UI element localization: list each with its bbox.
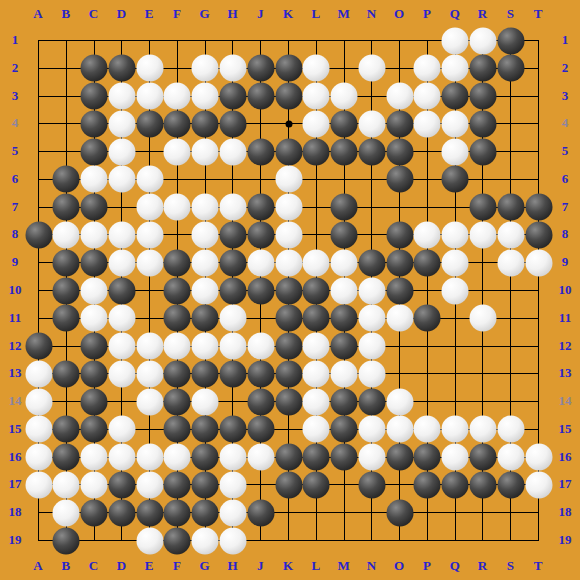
white-stone-K7: [275, 194, 302, 221]
black-stone-J7: [247, 194, 274, 221]
row-label-right: 3: [562, 89, 569, 103]
grid-line-h: [38, 540, 539, 541]
white-stone-T16: [525, 444, 552, 471]
black-stone-S17: [497, 471, 524, 498]
black-stone-M5: [331, 138, 358, 165]
black-stone-Q6: [442, 166, 469, 193]
black-stone-F10: [164, 277, 191, 304]
white-stone-F16: [164, 444, 191, 471]
white-stone-D15: [108, 416, 135, 443]
black-stone-C2: [81, 55, 108, 82]
black-stone-B13: [53, 360, 80, 387]
white-stone-D9: [108, 249, 135, 276]
black-stone-C13: [81, 360, 108, 387]
black-stone-F11: [164, 305, 191, 332]
black-stone-D17: [108, 471, 135, 498]
black-stone-T7: [525, 194, 552, 221]
black-stone-P9: [414, 249, 441, 276]
white-stone-E3: [136, 83, 163, 110]
white-stone-N13: [358, 360, 385, 387]
white-stone-P4: [414, 110, 441, 137]
white-stone-L4: [303, 110, 330, 137]
black-stone-H13: [219, 360, 246, 387]
white-stone-D6: [108, 166, 135, 193]
black-stone-K17: [275, 471, 302, 498]
white-stone-F5: [164, 138, 191, 165]
black-stone-F9: [164, 249, 191, 276]
row-label-left: 5: [12, 144, 19, 158]
black-stone-M8: [331, 221, 358, 248]
white-stone-E9: [136, 249, 163, 276]
white-stone-A17: [25, 471, 52, 498]
column-label-bottom: S: [507, 559, 514, 573]
black-stone-C12: [81, 333, 108, 360]
black-stone-H4: [219, 110, 246, 137]
row-label-left: 8: [12, 227, 19, 241]
white-stone-A16: [25, 444, 52, 471]
black-stone-J10: [247, 277, 274, 304]
row-label-right: 6: [562, 172, 569, 186]
white-stone-N16: [358, 444, 385, 471]
row-label-left: 15: [9, 422, 22, 436]
black-stone-J2: [247, 55, 274, 82]
column-label-bottom: G: [200, 559, 210, 573]
black-stone-R2: [469, 55, 496, 82]
white-stone-Q4: [442, 110, 469, 137]
white-stone-F7: [164, 194, 191, 221]
column-label-top: Q: [450, 7, 460, 21]
black-stone-B6: [53, 166, 80, 193]
black-stone-G11: [192, 305, 219, 332]
white-stone-K6: [275, 166, 302, 193]
white-stone-O3: [386, 83, 413, 110]
white-stone-J16: [247, 444, 274, 471]
black-stone-C7: [81, 194, 108, 221]
column-label-bottom: N: [367, 559, 376, 573]
column-label-bottom: L: [311, 559, 320, 573]
column-label-top: H: [227, 7, 237, 21]
black-stone-G18: [192, 499, 219, 526]
white-stone-M3: [331, 83, 358, 110]
white-stone-L12: [303, 333, 330, 360]
black-stone-L16: [303, 444, 330, 471]
black-stone-M11: [331, 305, 358, 332]
black-stone-L5: [303, 138, 330, 165]
black-stone-K10: [275, 277, 302, 304]
black-stone-O9: [386, 249, 413, 276]
white-stone-D3: [108, 83, 135, 110]
row-label-left: 9: [12, 255, 19, 269]
black-stone-F4: [164, 110, 191, 137]
white-stone-J12: [247, 333, 274, 360]
row-label-left: 11: [9, 311, 21, 325]
white-stone-E7: [136, 194, 163, 221]
white-stone-K8: [275, 221, 302, 248]
black-stone-C15: [81, 416, 108, 443]
column-label-top: E: [145, 7, 154, 21]
column-label-bottom: C: [89, 559, 98, 573]
white-stone-E12: [136, 333, 163, 360]
black-stone-D2: [108, 55, 135, 82]
black-stone-J18: [247, 499, 274, 526]
column-label-top: M: [337, 7, 349, 21]
black-stone-M15: [331, 416, 358, 443]
row-label-left: 14: [9, 394, 22, 408]
column-label-top: L: [311, 7, 320, 21]
black-stone-F15: [164, 416, 191, 443]
white-stone-F12: [164, 333, 191, 360]
black-stone-H8: [219, 221, 246, 248]
white-stone-E6: [136, 166, 163, 193]
white-stone-H5: [219, 138, 246, 165]
white-stone-H17: [219, 471, 246, 498]
white-stone-M9: [331, 249, 358, 276]
white-stone-N15: [358, 416, 385, 443]
white-stone-T17: [525, 471, 552, 498]
white-stone-Q5: [442, 138, 469, 165]
white-stone-G19: [192, 527, 219, 554]
black-stone-F13: [164, 360, 191, 387]
row-label-right: 10: [559, 283, 572, 297]
row-label-right: 1: [562, 33, 569, 47]
white-stone-J9: [247, 249, 274, 276]
white-stone-H18: [219, 499, 246, 526]
white-stone-D13: [108, 360, 135, 387]
black-stone-J14: [247, 388, 274, 415]
black-stone-B7: [53, 194, 80, 221]
column-label-bottom: E: [145, 559, 154, 573]
row-label-left: 12: [9, 339, 22, 353]
black-stone-M4: [331, 110, 358, 137]
black-stone-H3: [219, 83, 246, 110]
row-label-left: 17: [9, 477, 22, 491]
black-stone-L10: [303, 277, 330, 304]
white-stone-L3: [303, 83, 330, 110]
row-label-right: 11: [559, 311, 571, 325]
white-stone-L15: [303, 416, 330, 443]
black-stone-K16: [275, 444, 302, 471]
black-stone-R3: [469, 83, 496, 110]
white-stone-C6: [81, 166, 108, 193]
black-stone-A12: [25, 333, 52, 360]
black-stone-O5: [386, 138, 413, 165]
black-stone-G16: [192, 444, 219, 471]
black-stone-B9: [53, 249, 80, 276]
white-stone-M10: [331, 277, 358, 304]
row-label-left: 3: [12, 89, 19, 103]
black-stone-J15: [247, 416, 274, 443]
column-label-bottom: H: [227, 559, 237, 573]
column-label-bottom: O: [394, 559, 404, 573]
row-label-left: 18: [9, 505, 22, 519]
white-stone-S8: [497, 221, 524, 248]
column-label-bottom: T: [534, 559, 543, 573]
white-stone-H11: [219, 305, 246, 332]
row-label-right: 2: [562, 61, 569, 75]
white-stone-D12: [108, 333, 135, 360]
column-label-top: P: [423, 7, 431, 21]
white-stone-L14: [303, 388, 330, 415]
white-stone-C8: [81, 221, 108, 248]
black-stone-H9: [219, 249, 246, 276]
white-stone-B8: [53, 221, 80, 248]
column-label-top: F: [173, 7, 181, 21]
row-label-left: 4: [12, 116, 19, 130]
black-stone-H10: [219, 277, 246, 304]
black-stone-O4: [386, 110, 413, 137]
white-stone-E13: [136, 360, 163, 387]
black-stone-N17: [358, 471, 385, 498]
white-stone-T9: [525, 249, 552, 276]
white-stone-A13: [25, 360, 52, 387]
row-label-left: 13: [9, 366, 22, 380]
white-stone-Q9: [442, 249, 469, 276]
black-stone-C5: [81, 138, 108, 165]
column-label-top: J: [257, 7, 264, 21]
row-label-right: 19: [559, 533, 572, 547]
white-stone-C17: [81, 471, 108, 498]
column-label-top: O: [394, 7, 404, 21]
white-stone-D4: [108, 110, 135, 137]
white-stone-G14: [192, 388, 219, 415]
black-stone-S2: [497, 55, 524, 82]
black-stone-P16: [414, 444, 441, 471]
black-stone-P11: [414, 305, 441, 332]
column-label-top: K: [283, 7, 293, 21]
white-stone-G5: [192, 138, 219, 165]
column-label-top: C: [89, 7, 98, 21]
white-stone-O15: [386, 416, 413, 443]
column-label-bottom: B: [61, 559, 70, 573]
row-label-right: 13: [559, 366, 572, 380]
black-stone-K5: [275, 138, 302, 165]
row-label-right: 8: [562, 227, 569, 241]
black-stone-N9: [358, 249, 385, 276]
column-label-bottom: P: [423, 559, 431, 573]
white-stone-R11: [469, 305, 496, 332]
white-stone-A15: [25, 416, 52, 443]
black-stone-F19: [164, 527, 191, 554]
white-stone-A14: [25, 388, 52, 415]
white-stone-E16: [136, 444, 163, 471]
column-label-top: N: [367, 7, 376, 21]
black-stone-G15: [192, 416, 219, 443]
white-stone-B17: [53, 471, 80, 498]
black-stone-O16: [386, 444, 413, 471]
row-label-right: 16: [559, 450, 572, 464]
white-stone-H7: [219, 194, 246, 221]
white-stone-C16: [81, 444, 108, 471]
white-stone-E14: [136, 388, 163, 415]
row-label-left: 19: [9, 533, 22, 547]
row-label-right: 5: [562, 144, 569, 158]
white-stone-S15: [497, 416, 524, 443]
black-stone-L11: [303, 305, 330, 332]
black-stone-J13: [247, 360, 274, 387]
white-stone-D11: [108, 305, 135, 332]
white-stone-O11: [386, 305, 413, 332]
black-stone-G4: [192, 110, 219, 137]
row-label-left: 6: [12, 172, 19, 186]
white-stone-G12: [192, 333, 219, 360]
black-stone-Q3: [442, 83, 469, 110]
black-stone-G17: [192, 471, 219, 498]
black-stone-K11: [275, 305, 302, 332]
column-label-top: S: [507, 7, 514, 21]
black-stone-T8: [525, 221, 552, 248]
row-label-right: 15: [559, 422, 572, 436]
black-stone-F18: [164, 499, 191, 526]
black-stone-K3: [275, 83, 302, 110]
white-stone-H12: [219, 333, 246, 360]
black-stone-R4: [469, 110, 496, 137]
white-stone-G3: [192, 83, 219, 110]
black-stone-C4: [81, 110, 108, 137]
white-stone-F3: [164, 83, 191, 110]
black-stone-N5: [358, 138, 385, 165]
black-stone-G13: [192, 360, 219, 387]
black-stone-F17: [164, 471, 191, 498]
column-label-top: G: [200, 7, 210, 21]
black-stone-E18: [136, 499, 163, 526]
row-label-left: 16: [9, 450, 22, 464]
column-label-bottom: J: [257, 559, 264, 573]
white-stone-H16: [219, 444, 246, 471]
black-stone-B16: [53, 444, 80, 471]
column-label-top: R: [478, 7, 487, 21]
black-stone-Q17: [442, 471, 469, 498]
white-stone-D5: [108, 138, 135, 165]
row-label-right: 18: [559, 505, 572, 519]
white-stone-C10: [81, 277, 108, 304]
white-stone-N2: [358, 55, 385, 82]
white-stone-E19: [136, 527, 163, 554]
column-label-bottom: M: [337, 559, 349, 573]
black-stone-F14: [164, 388, 191, 415]
column-label-bottom: K: [283, 559, 293, 573]
white-stone-G7: [192, 194, 219, 221]
black-stone-O10: [386, 277, 413, 304]
black-stone-O8: [386, 221, 413, 248]
black-stone-K14: [275, 388, 302, 415]
row-label-right: 17: [559, 477, 572, 491]
white-stone-P2: [414, 55, 441, 82]
white-stone-E2: [136, 55, 163, 82]
white-stone-L13: [303, 360, 330, 387]
black-stone-B11: [53, 305, 80, 332]
black-stone-S7: [497, 194, 524, 221]
white-stone-L9: [303, 249, 330, 276]
white-stone-R15: [469, 416, 496, 443]
white-stone-N11: [358, 305, 385, 332]
white-stone-Q16: [442, 444, 469, 471]
white-stone-P8: [414, 221, 441, 248]
column-label-bottom: R: [478, 559, 487, 573]
black-stone-R17: [469, 471, 496, 498]
column-label-top: B: [61, 7, 70, 21]
white-stone-E8: [136, 221, 163, 248]
white-stone-Q15: [442, 416, 469, 443]
black-stone-S1: [497, 27, 524, 54]
white-stone-R8: [469, 221, 496, 248]
white-stone-B18: [53, 499, 80, 526]
white-stone-G10: [192, 277, 219, 304]
black-stone-A8: [25, 221, 52, 248]
column-label-bottom: Q: [450, 559, 460, 573]
white-stone-P3: [414, 83, 441, 110]
black-stone-B15: [53, 416, 80, 443]
white-stone-H19: [219, 527, 246, 554]
black-stone-O18: [386, 499, 413, 526]
black-stone-H15: [219, 416, 246, 443]
black-stone-D18: [108, 499, 135, 526]
white-stone-G8: [192, 221, 219, 248]
white-stone-S16: [497, 444, 524, 471]
white-stone-D8: [108, 221, 135, 248]
white-stone-Q8: [442, 221, 469, 248]
row-label-right: 14: [559, 394, 572, 408]
row-label-left: 1: [12, 33, 19, 47]
white-stone-M13: [331, 360, 358, 387]
row-label-left: 7: [12, 200, 19, 214]
black-stone-E4: [136, 110, 163, 137]
white-stone-G9: [192, 249, 219, 276]
white-stone-K9: [275, 249, 302, 276]
white-stone-S9: [497, 249, 524, 276]
white-stone-G2: [192, 55, 219, 82]
white-stone-Q1: [442, 27, 469, 54]
black-stone-C3: [81, 83, 108, 110]
black-stone-C14: [81, 388, 108, 415]
row-label-left: 10: [9, 283, 22, 297]
white-stone-D16: [108, 444, 135, 471]
white-stone-E17: [136, 471, 163, 498]
white-stone-N10: [358, 277, 385, 304]
column-label-top: D: [117, 7, 126, 21]
row-label-left: 2: [12, 61, 19, 75]
white-stone-N4: [358, 110, 385, 137]
column-label-bottom: D: [117, 559, 126, 573]
black-stone-N14: [358, 388, 385, 415]
white-stone-O14: [386, 388, 413, 415]
white-stone-Q2: [442, 55, 469, 82]
white-stone-P15: [414, 416, 441, 443]
column-label-bottom: F: [173, 559, 181, 573]
row-label-right: 4: [562, 116, 569, 130]
black-stone-J3: [247, 83, 274, 110]
white-stone-L2: [303, 55, 330, 82]
white-stone-R1: [469, 27, 496, 54]
star-point: [285, 120, 292, 127]
black-stone-M16: [331, 444, 358, 471]
black-stone-L17: [303, 471, 330, 498]
black-stone-C9: [81, 249, 108, 276]
go-board[interactable]: AABBCCDDEEFFGGHHJJKKLLMMNNOOPPQQRRSSTT11…: [0, 0, 580, 580]
black-stone-R16: [469, 444, 496, 471]
black-stone-D10: [108, 277, 135, 304]
row-label-right: 12: [559, 339, 572, 353]
black-stone-B19: [53, 527, 80, 554]
black-stone-J5: [247, 138, 274, 165]
row-label-right: 7: [562, 200, 569, 214]
white-stone-Q10: [442, 277, 469, 304]
black-stone-O6: [386, 166, 413, 193]
black-stone-K12: [275, 333, 302, 360]
black-stone-K13: [275, 360, 302, 387]
black-stone-R7: [469, 194, 496, 221]
row-label-right: 9: [562, 255, 569, 269]
black-stone-J8: [247, 221, 274, 248]
